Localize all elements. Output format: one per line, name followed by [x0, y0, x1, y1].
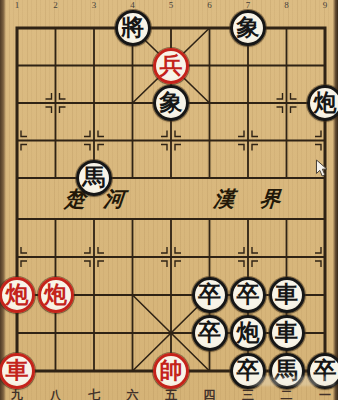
piece-black-general[interactable]: 將 [115, 10, 151, 46]
file-label-bottom-4: 六 [127, 389, 139, 400]
file-label-bottom-3: 七 [88, 389, 100, 400]
piece-black-elephant[interactable]: 象 [153, 85, 189, 121]
piece-black-soldier[interactable]: 卒 [192, 277, 228, 313]
file-label-top-8: 8 [284, 0, 289, 11]
file-label-top-5: 5 [169, 0, 174, 11]
file-label-bottom-1: 九 [11, 389, 23, 400]
piece-black-soldier[interactable]: 卒 [192, 315, 228, 351]
file-label-bottom-8: 二 [281, 389, 293, 400]
file-label-top-3: 3 [92, 0, 97, 11]
file-label-top-9: 9 [323, 0, 328, 11]
mouse-cursor [315, 159, 329, 178]
file-label-bottom-5: 五 [165, 389, 177, 400]
file-label-bottom-9: 一 [319, 389, 331, 400]
watermark [249, 376, 335, 386]
piece-black-soldier[interactable]: 卒 [230, 277, 266, 313]
piece-black-chariot[interactable]: 車 [269, 315, 305, 351]
river-char-3: 漢 [212, 185, 235, 213]
piece-black-cannon[interactable]: 炮 [307, 85, 338, 121]
piece-black-elephant[interactable]: 象 [230, 10, 266, 46]
file-label-top-2: 2 [53, 0, 58, 11]
file-label-top-6: 6 [207, 0, 212, 11]
piece-red-general[interactable]: 帥 [153, 353, 189, 389]
piece-black-chariot[interactable]: 車 [269, 277, 305, 313]
file-label-bottom-6: 四 [204, 389, 216, 400]
file-label-bottom-7: 三 [242, 389, 254, 400]
xiangqi-board: 123456789 九八七六五四三二一 楚河漢界 將象兵象炮馬炮炮卒卒車卒炮車車… [0, 0, 338, 400]
piece-black-cannon[interactable]: 炮 [230, 315, 266, 351]
piece-red-soldier[interactable]: 兵 [153, 48, 189, 84]
piece-red-chariot[interactable]: 車 [0, 353, 35, 389]
file-label-bottom-2: 八 [50, 389, 62, 400]
file-label-top-1: 1 [15, 0, 20, 11]
piece-red-cannon[interactable]: 炮 [38, 277, 74, 313]
piece-black-horse[interactable]: 馬 [76, 160, 112, 196]
river-char-4: 界 [258, 185, 281, 213]
piece-red-cannon[interactable]: 炮 [0, 277, 35, 313]
